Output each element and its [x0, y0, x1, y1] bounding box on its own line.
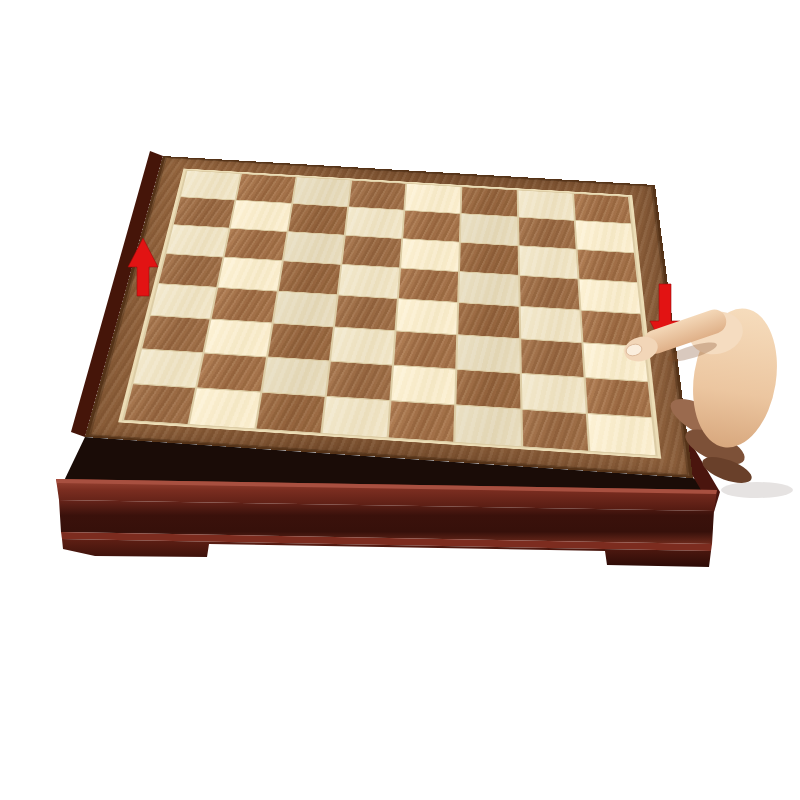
arrow-up-icon [128, 238, 158, 296]
overlay [0, 0, 800, 800]
product-photo [0, 0, 800, 800]
hand-shadow [721, 482, 793, 498]
hand [621, 302, 793, 498]
